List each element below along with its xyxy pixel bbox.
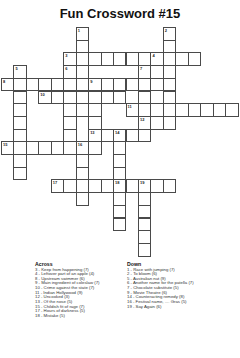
grid-cell[interactable]: [88, 91, 101, 105]
grid-cell[interactable]: [175, 103, 188, 117]
clue-number: 11: [127, 104, 138, 109]
clue-number: 9: [89, 79, 100, 84]
grid-cell[interactable]: 3: [63, 52, 76, 66]
grid-cell[interactable]: [26, 141, 39, 155]
grid-cell[interactable]: 8: [1, 78, 14, 92]
clue-number: 6: [64, 66, 75, 71]
grid-cell[interactable]: [101, 52, 114, 66]
clue-item: 18 - Mistake (5): [35, 314, 123, 319]
grid-cell[interactable]: 1: [76, 27, 89, 41]
grid-cell[interactable]: [38, 78, 51, 92]
grid-cell[interactable]: [163, 52, 176, 66]
grid-cell[interactable]: [113, 218, 126, 232]
grid-cell[interactable]: [150, 78, 163, 92]
grid-cell[interactable]: [76, 40, 89, 54]
grid-cell[interactable]: [63, 78, 76, 92]
grid-cell[interactable]: 14: [113, 129, 126, 143]
grid-cell[interactable]: [13, 91, 26, 105]
clue-number: 17: [52, 180, 63, 185]
clue-number: 19: [139, 180, 150, 185]
grid-cell[interactable]: [225, 103, 238, 117]
grid-cell[interactable]: [88, 52, 101, 66]
grid-cell[interactable]: [101, 78, 114, 92]
clue-number: 3: [64, 53, 75, 58]
clue-number: 7: [139, 66, 150, 71]
grid-cell[interactable]: 10: [38, 91, 51, 105]
grid-cell[interactable]: [101, 179, 114, 193]
grid-cell[interactable]: 12: [138, 116, 151, 130]
clue-number: 5: [14, 66, 25, 71]
grid-cell[interactable]: 16: [76, 141, 89, 155]
grid-cell[interactable]: [63, 91, 76, 105]
grid-cell[interactable]: [88, 141, 101, 155]
grid-cell[interactable]: [38, 141, 51, 155]
grid-cell[interactable]: [126, 52, 139, 66]
down-clue-list: 1 - Race with jumping (7)2 - To bloom (6…: [127, 268, 233, 310]
grid-cell[interactable]: [138, 230, 151, 244]
grid-cell[interactable]: 19: [138, 179, 151, 193]
grid-cell[interactable]: [88, 179, 101, 193]
grid-cell[interactable]: [138, 91, 151, 105]
grid-cell[interactable]: [138, 192, 151, 206]
grid-cell[interactable]: [163, 116, 176, 130]
grid-cell[interactable]: [76, 103, 89, 117]
grid-cell[interactable]: [163, 91, 176, 105]
grid-cell[interactable]: [13, 78, 26, 92]
grid-cell[interactable]: 11: [126, 103, 139, 117]
grid-cell[interactable]: [150, 179, 163, 193]
clue-number: 15: [2, 142, 13, 147]
grid-cell[interactable]: [26, 78, 39, 92]
grid-cell[interactable]: [113, 91, 126, 105]
grid-cell[interactable]: 18: [113, 179, 126, 193]
grid-cell[interactable]: [76, 65, 89, 79]
grid-cell[interactable]: [76, 52, 89, 66]
grid-cell[interactable]: [126, 129, 139, 143]
grid-cell[interactable]: [76, 167, 89, 181]
grid-cell[interactable]: [51, 78, 64, 92]
grid-cell[interactable]: [63, 116, 76, 130]
grid-cell[interactable]: [188, 52, 201, 66]
grid-cell[interactable]: [138, 78, 151, 92]
grid-cell[interactable]: 9: [88, 78, 101, 92]
grid-cell[interactable]: [63, 141, 76, 155]
grid-cell[interactable]: [88, 103, 101, 117]
grid-cell[interactable]: [113, 167, 126, 181]
grid-cell[interactable]: 4: [150, 52, 163, 66]
grid-cell[interactable]: [76, 179, 89, 193]
grid-cell[interactable]: [13, 141, 26, 155]
grid-cell[interactable]: [13, 103, 26, 117]
grid-cell[interactable]: 6: [63, 65, 76, 79]
grid-cell[interactable]: [163, 40, 176, 54]
clue-item: 19 - Say Again (6): [127, 305, 233, 310]
grid-cell[interactable]: [101, 129, 114, 143]
clue-number: 18: [114, 180, 125, 185]
grid-cell[interactable]: [88, 116, 101, 130]
grid-cell[interactable]: [150, 103, 163, 117]
grid-cell[interactable]: [63, 103, 76, 117]
grid-cell[interactable]: [76, 154, 89, 168]
across-clues: Across 3 - Keep from happening (7)4 - Le…: [35, 261, 123, 319]
clue-number: 2: [164, 28, 175, 33]
grid-cell[interactable]: 17: [51, 179, 64, 193]
grid-cell[interactable]: [138, 52, 151, 66]
grid-cell[interactable]: [76, 78, 89, 92]
clue-number: 4: [151, 53, 162, 58]
grid-cell[interactable]: [163, 78, 176, 92]
grid-cell[interactable]: [63, 179, 76, 193]
clue-number: 16: [77, 142, 88, 147]
grid-cell[interactable]: [13, 129, 26, 143]
clue-number: 14: [114, 130, 125, 135]
grid-cell[interactable]: [113, 192, 126, 206]
grid-cell[interactable]: [113, 205, 126, 219]
grid-cell[interactable]: [138, 218, 151, 232]
clue-number: 10: [39, 92, 50, 97]
grid-cell[interactable]: [138, 205, 151, 219]
clue-number: 8: [2, 79, 13, 84]
grid-cell[interactable]: [126, 179, 139, 193]
down-clues: Down 1 - Race with jumping (7)2 - To blo…: [127, 261, 233, 309]
grid-cell[interactable]: [76, 192, 89, 206]
grid-cell[interactable]: 5: [13, 65, 26, 79]
grid-cell[interactable]: [113, 154, 126, 168]
grid-cell[interactable]: [150, 116, 163, 130]
grid-cell[interactable]: [200, 103, 213, 117]
across-clue-list: 3 - Keep from happening (7)4 - Leftover …: [35, 268, 123, 319]
grid-cell[interactable]: [138, 243, 151, 257]
puzzle-title: Fun Crossword #15: [0, 6, 240, 21]
grid-cell[interactable]: [163, 179, 176, 193]
grid-cell[interactable]: [76, 91, 89, 105]
grid-cell[interactable]: [51, 141, 64, 155]
grid-cell[interactable]: [113, 78, 126, 92]
grid-cell[interactable]: 13: [88, 129, 101, 143]
grid-cell[interactable]: [163, 103, 176, 117]
grid-cell[interactable]: [175, 52, 188, 66]
clue-number: 1: [77, 28, 88, 33]
grid-cell[interactable]: [213, 103, 226, 117]
grid-cell[interactable]: [113, 52, 126, 66]
grid-cell[interactable]: [13, 116, 26, 130]
grid-cell[interactable]: [188, 103, 201, 117]
page: Fun Crossword #15 1234567128913101114181…: [0, 0, 240, 358]
grid-cell[interactable]: [163, 65, 176, 79]
grid-cell[interactable]: [63, 129, 76, 143]
grid-cell[interactable]: [51, 91, 64, 105]
grid-cell[interactable]: [13, 167, 26, 181]
clue-number: 12: [139, 117, 150, 122]
grid-cell[interactable]: [138, 129, 151, 143]
grid-cell[interactable]: [138, 103, 151, 117]
grid-cell[interactable]: 7: [138, 65, 151, 79]
clue-number: 13: [89, 130, 100, 135]
crossword-grid: 12345671289131011141815161719: [1, 27, 239, 257]
grid-cell[interactable]: [101, 91, 114, 105]
grid-cell[interactable]: [13, 154, 26, 168]
grid-cell[interactable]: [113, 141, 126, 155]
grid-cell[interactable]: [126, 78, 139, 92]
grid-cell[interactable]: 15: [1, 141, 14, 155]
grid-cell[interactable]: 2: [163, 27, 176, 41]
